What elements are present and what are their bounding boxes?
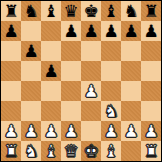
square-f7[interactable]: ♟ bbox=[101, 21, 121, 41]
square-h1[interactable]: ♜ bbox=[141, 141, 161, 161]
piece-white-knight: ♞ bbox=[23, 141, 38, 161]
piece-black-pawn: ♟ bbox=[143, 21, 158, 41]
piece-white-pawn: ♟ bbox=[43, 121, 58, 141]
square-b3[interactable] bbox=[21, 101, 41, 121]
square-e2[interactable] bbox=[81, 121, 101, 141]
square-a8[interactable]: ♜ bbox=[1, 1, 21, 21]
square-d5[interactable] bbox=[61, 61, 81, 81]
piece-white-queen: ♛ bbox=[63, 141, 78, 161]
piece-black-queen: ♛ bbox=[63, 1, 78, 21]
square-b2[interactable]: ♟ bbox=[21, 121, 41, 141]
piece-black-pawn: ♟ bbox=[83, 21, 98, 41]
square-e3[interactable] bbox=[81, 101, 101, 121]
square-c4[interactable] bbox=[41, 81, 61, 101]
piece-black-pawn: ♟ bbox=[23, 41, 38, 61]
square-c1[interactable]: ♝ bbox=[41, 141, 61, 161]
square-c3[interactable] bbox=[41, 101, 61, 121]
piece-white-bishop: ♝ bbox=[103, 141, 118, 161]
square-h7[interactable]: ♟ bbox=[141, 21, 161, 41]
square-a1[interactable]: ♜ bbox=[1, 141, 21, 161]
square-d8[interactable]: ♛ bbox=[61, 1, 81, 21]
piece-black-pawn: ♟ bbox=[3, 21, 18, 41]
square-e1[interactable]: ♚ bbox=[81, 141, 101, 161]
piece-black-king: ♚ bbox=[83, 1, 98, 21]
square-e5[interactable] bbox=[81, 61, 101, 81]
piece-black-pawn: ♟ bbox=[123, 21, 138, 41]
piece-black-rook: ♜ bbox=[3, 1, 18, 21]
square-g8[interactable]: ♞ bbox=[121, 1, 141, 21]
piece-black-knight: ♞ bbox=[23, 1, 38, 21]
square-d4[interactable] bbox=[61, 81, 81, 101]
square-h3[interactable] bbox=[141, 101, 161, 121]
piece-white-pawn: ♟ bbox=[3, 121, 18, 141]
piece-black-bishop: ♝ bbox=[43, 1, 58, 21]
square-g6[interactable] bbox=[121, 41, 141, 61]
square-g7[interactable]: ♟ bbox=[121, 21, 141, 41]
square-h8[interactable]: ♜ bbox=[141, 1, 161, 21]
piece-black-knight: ♞ bbox=[123, 1, 138, 21]
piece-white-pawn: ♟ bbox=[143, 121, 158, 141]
square-b1[interactable]: ♞ bbox=[21, 141, 41, 161]
piece-white-rook: ♜ bbox=[3, 141, 18, 161]
piece-black-pawn: ♟ bbox=[103, 21, 118, 41]
square-f5[interactable] bbox=[101, 61, 121, 81]
square-c8[interactable]: ♝ bbox=[41, 1, 61, 21]
square-e4[interactable]: ♟ bbox=[81, 81, 101, 101]
square-g2[interactable]: ♟ bbox=[121, 121, 141, 141]
piece-black-pawn: ♟ bbox=[63, 21, 78, 41]
square-b8[interactable]: ♞ bbox=[21, 1, 41, 21]
piece-white-pawn: ♟ bbox=[123, 121, 138, 141]
square-a4[interactable] bbox=[1, 81, 21, 101]
square-h4[interactable] bbox=[141, 81, 161, 101]
square-e7[interactable]: ♟ bbox=[81, 21, 101, 41]
square-a6[interactable] bbox=[1, 41, 21, 61]
chess-board-frame: ♜♞♝♛♚♝♞♜♟♟♟♟♟♟♟♟♟♞♟♟♟♟♟♟♟♜♞♝♛♚♝♜ bbox=[0, 0, 162, 162]
square-b4[interactable] bbox=[21, 81, 41, 101]
square-c7[interactable] bbox=[41, 21, 61, 41]
square-b7[interactable] bbox=[21, 21, 41, 41]
square-d3[interactable] bbox=[61, 101, 81, 121]
piece-white-pawn: ♟ bbox=[103, 121, 118, 141]
square-f6[interactable] bbox=[101, 41, 121, 61]
piece-white-pawn: ♟ bbox=[23, 121, 38, 141]
square-b6[interactable]: ♟ bbox=[21, 41, 41, 61]
square-g5[interactable] bbox=[121, 61, 141, 81]
square-g1[interactable] bbox=[121, 141, 141, 161]
chess-board: ♜♞♝♛♚♝♞♜♟♟♟♟♟♟♟♟♟♞♟♟♟♟♟♟♟♜♞♝♛♚♝♜ bbox=[1, 1, 161, 161]
piece-black-rook: ♜ bbox=[143, 1, 158, 21]
square-a5[interactable] bbox=[1, 61, 21, 81]
square-g3[interactable] bbox=[121, 101, 141, 121]
square-e6[interactable] bbox=[81, 41, 101, 61]
square-f4[interactable] bbox=[101, 81, 121, 101]
piece-white-bishop: ♝ bbox=[43, 141, 58, 161]
square-a3[interactable] bbox=[1, 101, 21, 121]
piece-white-pawn: ♟ bbox=[63, 121, 78, 141]
piece-white-rook: ♜ bbox=[143, 141, 158, 161]
square-d6[interactable] bbox=[61, 41, 81, 61]
piece-black-bishop: ♝ bbox=[103, 1, 118, 21]
piece-white-pawn: ♟ bbox=[83, 81, 98, 101]
square-g4[interactable] bbox=[121, 81, 141, 101]
square-d7[interactable]: ♟ bbox=[61, 21, 81, 41]
square-f3[interactable]: ♞ bbox=[101, 101, 121, 121]
square-a7[interactable]: ♟ bbox=[1, 21, 21, 41]
square-f8[interactable]: ♝ bbox=[101, 1, 121, 21]
square-e8[interactable]: ♚ bbox=[81, 1, 101, 21]
square-f1[interactable]: ♝ bbox=[101, 141, 121, 161]
square-c2[interactable]: ♟ bbox=[41, 121, 61, 141]
square-c6[interactable] bbox=[41, 41, 61, 61]
piece-black-pawn: ♟ bbox=[43, 61, 58, 81]
square-d2[interactable]: ♟ bbox=[61, 121, 81, 141]
square-h5[interactable] bbox=[141, 61, 161, 81]
piece-white-king: ♚ bbox=[83, 141, 98, 161]
square-b5[interactable] bbox=[21, 61, 41, 81]
square-h6[interactable] bbox=[141, 41, 161, 61]
square-d1[interactable]: ♛ bbox=[61, 141, 81, 161]
square-c5[interactable]: ♟ bbox=[41, 61, 61, 81]
square-h2[interactable]: ♟ bbox=[141, 121, 161, 141]
square-a2[interactable]: ♟ bbox=[1, 121, 21, 141]
piece-white-knight: ♞ bbox=[103, 101, 118, 121]
square-f2[interactable]: ♟ bbox=[101, 121, 121, 141]
